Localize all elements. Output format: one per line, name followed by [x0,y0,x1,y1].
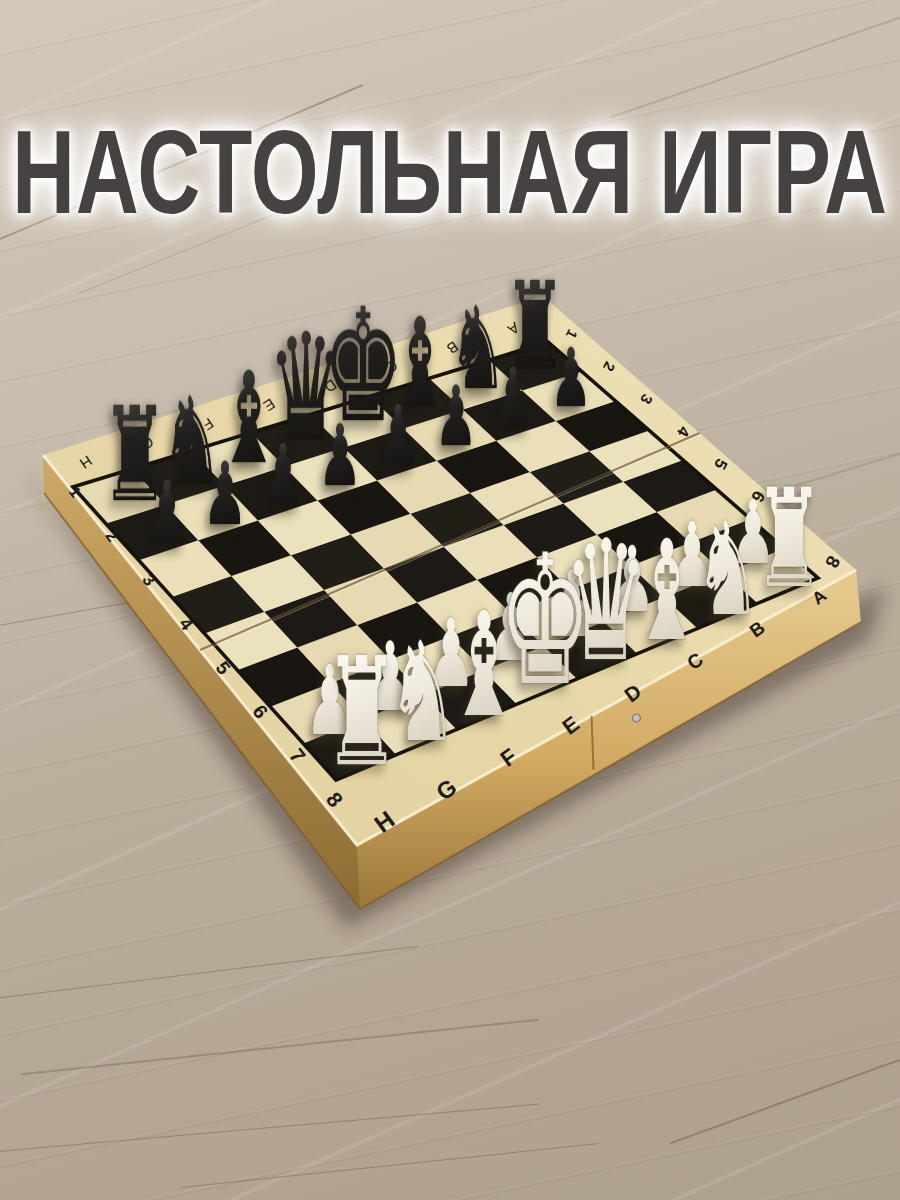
page-title: НАСТОЛЬНАЯ ИГРА [12,113,888,231]
page-title-wrap: НАСТОЛЬНАЯ ИГРА [0,34,900,310]
metal-clasp-icon [632,714,640,722]
